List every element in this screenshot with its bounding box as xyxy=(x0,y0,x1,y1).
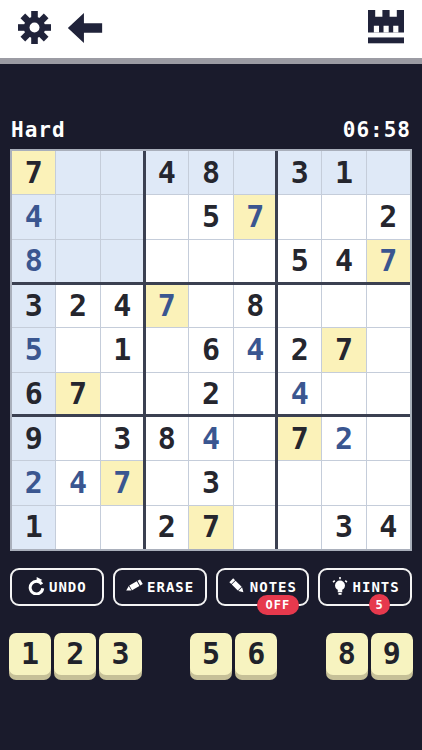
cell-r6c9[interactable] xyxy=(367,373,410,416)
settings-button[interactable] xyxy=(18,11,51,47)
cell-r9c3[interactable] xyxy=(101,506,144,549)
undo-icon xyxy=(27,577,45,598)
notes-label: NOTES xyxy=(250,579,297,595)
cell-r7c5[interactable]: 4 xyxy=(189,417,232,460)
cell-r9c9[interactable]: 4 xyxy=(367,506,410,549)
notes-button[interactable]: NOTES OFF xyxy=(216,568,310,606)
cell-r2c2[interactable] xyxy=(56,195,99,238)
cell-r6c2[interactable]: 7 xyxy=(56,373,99,416)
cell-r2c7[interactable] xyxy=(278,195,321,238)
cell-r8c8[interactable] xyxy=(322,461,365,504)
cell-r4c2[interactable]: 2 xyxy=(56,284,99,327)
cell-r8c4[interactable] xyxy=(145,461,188,504)
cell-r3c6[interactable] xyxy=(234,240,277,283)
numpad-tile-3[interactable]: 3 xyxy=(99,633,141,675)
cell-r3c5[interactable] xyxy=(189,240,232,283)
notes-off-badge: OFF xyxy=(257,595,300,615)
cell-r6c3[interactable] xyxy=(101,373,144,416)
cell-r7c7[interactable]: 7 xyxy=(278,417,321,460)
cell-r1c7[interactable]: 3 xyxy=(278,151,321,194)
top-bar xyxy=(0,0,422,58)
cell-r7c4[interactable]: 8 xyxy=(145,417,188,460)
cell-r4c3[interactable]: 4 xyxy=(101,284,144,327)
erase-button[interactable]: ERASE xyxy=(113,568,207,606)
cell-r9c6[interactable] xyxy=(234,506,277,549)
cell-r5c4[interactable] xyxy=(145,328,188,371)
gear-icon xyxy=(18,11,51,47)
cell-r4c4[interactable]: 7 xyxy=(145,284,188,327)
divider-strip xyxy=(0,58,422,64)
lightbulb-icon xyxy=(331,577,349,598)
erase-pencil-icon xyxy=(125,577,143,598)
cell-r4c8[interactable] xyxy=(322,284,365,327)
number-pad: 1235689 xyxy=(0,633,422,675)
cell-r5c6[interactable]: 4 xyxy=(234,328,277,371)
cell-r7c6[interactable] xyxy=(234,417,277,460)
cell-r6c6[interactable] xyxy=(234,373,277,416)
cell-r8c2[interactable]: 4 xyxy=(56,461,99,504)
notes-pencil-icon xyxy=(228,577,246,598)
cell-r9c4[interactable]: 2 xyxy=(145,506,188,549)
sudoku-board: 7483145728547324785164276724938472247312… xyxy=(10,149,412,551)
toolbar: UNDO ERASE xyxy=(0,568,422,606)
cell-r2c8[interactable] xyxy=(322,195,365,238)
cell-r5c5[interactable]: 6 xyxy=(189,328,232,371)
cell-r1c4[interactable]: 4 xyxy=(145,151,188,194)
hints-label: HINTS xyxy=(353,579,400,595)
cell-r1c9[interactable] xyxy=(367,151,410,194)
cell-r8c9[interactable] xyxy=(367,461,410,504)
cell-r7c2[interactable] xyxy=(56,417,99,460)
cell-r3c7[interactable]: 5 xyxy=(278,240,321,283)
cell-r9c5[interactable]: 7 xyxy=(189,506,232,549)
cell-r4c7[interactable] xyxy=(278,284,321,327)
cell-r3c3[interactable] xyxy=(101,240,144,283)
cell-r7c9[interactable] xyxy=(367,417,410,460)
cell-r8c6[interactable] xyxy=(234,461,277,504)
cell-r2c3[interactable] xyxy=(101,195,144,238)
numpad-tile-1[interactable]: 1 xyxy=(9,633,51,675)
cell-r8c7[interactable] xyxy=(278,461,321,504)
undo-button[interactable]: UNDO xyxy=(10,568,104,606)
cell-r5c1[interactable]: 5 xyxy=(12,328,55,371)
cell-r2c9[interactable]: 2 xyxy=(367,195,410,238)
cell-r2c4[interactable] xyxy=(145,195,188,238)
undo-label: UNDO xyxy=(49,579,87,595)
cell-r4c5[interactable] xyxy=(189,284,232,327)
back-arrow-icon xyxy=(67,13,103,46)
cell-r4c6[interactable]: 8 xyxy=(234,284,277,327)
cell-r7c3[interactable]: 3 xyxy=(101,417,144,460)
cell-r2c1[interactable]: 4 xyxy=(12,195,55,238)
cell-r1c8[interactable]: 1 xyxy=(322,151,365,194)
cell-r2c5[interactable]: 5 xyxy=(189,195,232,238)
cell-r3c4[interactable] xyxy=(145,240,188,283)
cell-r5c2[interactable] xyxy=(56,328,99,371)
cell-r9c8[interactable]: 3 xyxy=(322,506,365,549)
cell-r5c8[interactable]: 7 xyxy=(322,328,365,371)
cell-r3c1[interactable]: 8 xyxy=(12,240,55,283)
cell-r4c1[interactable]: 3 xyxy=(12,284,55,327)
cell-r3c9[interactable]: 7 xyxy=(367,240,410,283)
premium-crown-button[interactable] xyxy=(368,10,404,49)
cell-r6c4[interactable] xyxy=(145,373,188,416)
cell-r9c2[interactable] xyxy=(56,506,99,549)
cell-r1c5[interactable]: 8 xyxy=(189,151,232,194)
cell-r6c8[interactable] xyxy=(322,373,365,416)
cell-r6c7[interactable]: 4 xyxy=(278,373,321,416)
cell-r1c6[interactable] xyxy=(234,151,277,194)
cell-r4c9[interactable] xyxy=(367,284,410,327)
timer: 06:58 xyxy=(343,118,411,142)
cell-r1c2[interactable] xyxy=(56,151,99,194)
cell-r3c2[interactable] xyxy=(56,240,99,283)
cell-r7c8[interactable]: 2 xyxy=(322,417,365,460)
cell-r5c3[interactable]: 1 xyxy=(101,328,144,371)
cell-r9c1[interactable]: 1 xyxy=(12,506,55,549)
game-header: Hard 06:58 xyxy=(0,118,422,142)
numpad-tile-6[interactable]: 6 xyxy=(235,633,277,675)
cell-r1c3[interactable] xyxy=(101,151,144,194)
cell-r8c3[interactable]: 7 xyxy=(101,461,144,504)
erase-label: ERASE xyxy=(147,579,194,595)
cell-r1c1[interactable]: 7 xyxy=(12,151,55,194)
sudoku-app: Hard 06:58 74831457285473247851642767249… xyxy=(0,0,422,750)
numpad-tile-2[interactable]: 2 xyxy=(54,633,96,675)
cell-r6c5[interactable]: 2 xyxy=(189,373,232,416)
numpad-tile-8[interactable]: 8 xyxy=(326,633,368,675)
cell-r5c9[interactable] xyxy=(367,328,410,371)
cell-r7c1[interactable]: 9 xyxy=(12,417,55,460)
cell-r9c7[interactable] xyxy=(278,506,321,549)
numpad-tile-9[interactable]: 9 xyxy=(371,633,413,675)
crown-icon xyxy=(368,10,404,49)
hints-button[interactable]: HINTS 5 xyxy=(318,568,412,606)
difficulty-label: Hard xyxy=(11,118,66,142)
cell-r5c7[interactable]: 2 xyxy=(278,328,321,371)
cell-r2c6[interactable]: 7 xyxy=(234,195,277,238)
cell-r6c1[interactable]: 6 xyxy=(12,373,55,416)
cell-r3c8[interactable]: 4 xyxy=(322,240,365,283)
cell-r8c1[interactable]: 2 xyxy=(12,461,55,504)
back-button[interactable] xyxy=(67,13,103,46)
hints-count-badge: 5 xyxy=(369,594,390,615)
numpad-tile-5[interactable]: 5 xyxy=(190,633,232,675)
cell-r8c5[interactable]: 3 xyxy=(189,461,232,504)
